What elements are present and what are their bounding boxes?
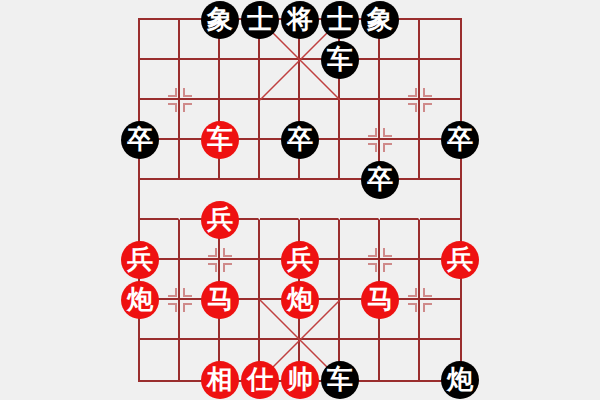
- piece-black-elephant[interactable]: 象: [201, 1, 239, 39]
- piece-red-soldier[interactable]: 兵: [121, 241, 159, 279]
- piece-black-cannon[interactable]: 炮: [441, 361, 479, 399]
- pieces-layer: 象士将士象车卒车卒卒卒兵兵兵兵炮马炮马相仕帅车炮: [140, 20, 460, 380]
- piece-black-chariot[interactable]: 车: [321, 41, 359, 79]
- piece-black-pawn[interactable]: 卒: [361, 161, 399, 199]
- piece-red-cannon[interactable]: 炮: [121, 281, 159, 319]
- piece-red-horse[interactable]: 马: [201, 281, 239, 319]
- piece-red-soldier[interactable]: 兵: [201, 201, 239, 239]
- piece-red-soldier[interactable]: 兵: [441, 241, 479, 279]
- piece-black-pawn[interactable]: 卒: [441, 121, 479, 159]
- piece-red-soldier[interactable]: 兵: [281, 241, 319, 279]
- piece-black-elephant[interactable]: 象: [361, 1, 399, 39]
- xiangqi-board[interactable]: 象士将士象车卒车卒卒卒兵兵兵兵炮马炮马相仕帅车炮: [138, 18, 462, 382]
- piece-red-advisor[interactable]: 仕: [241, 361, 279, 399]
- app-background: 象士将士象车卒车卒卒卒兵兵兵兵炮马炮马相仕帅车炮: [0, 0, 600, 400]
- piece-red-general[interactable]: 帅: [281, 361, 319, 399]
- piece-black-general[interactable]: 将: [281, 1, 319, 39]
- piece-red-horse[interactable]: 马: [361, 281, 399, 319]
- piece-black-chariot[interactable]: 车: [321, 361, 359, 399]
- piece-red-chariot[interactable]: 车: [201, 121, 239, 159]
- piece-black-advisor[interactable]: 士: [321, 1, 359, 39]
- piece-red-elephant[interactable]: 相: [201, 361, 239, 399]
- piece-red-cannon[interactable]: 炮: [281, 281, 319, 319]
- piece-black-pawn[interactable]: 卒: [281, 121, 319, 159]
- piece-black-advisor[interactable]: 士: [241, 1, 279, 39]
- piece-black-pawn[interactable]: 卒: [121, 121, 159, 159]
